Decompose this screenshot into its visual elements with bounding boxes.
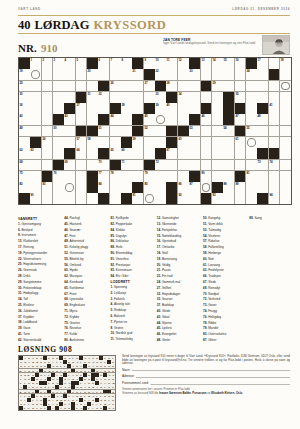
clue-item: 84. Klokke <box>111 228 152 232</box>
grid-cell[interactable] <box>155 114 166 125</box>
grid-cell[interactable] <box>269 137 280 148</box>
grid-cell[interactable] <box>269 92 280 103</box>
grid-cell[interactable] <box>87 193 98 204</box>
grid-cell[interactable]: 53 <box>189 126 200 137</box>
grid-cell[interactable]: 76 <box>53 171 64 182</box>
grid-cell[interactable] <box>76 69 87 80</box>
grid-cell[interactable] <box>87 160 98 171</box>
grid-cell[interactable] <box>121 114 132 125</box>
grid-cell[interactable]: 40 <box>166 103 177 114</box>
grid-cell[interactable]: 39 <box>155 103 166 114</box>
grid-cell[interactable] <box>257 137 268 148</box>
grid-cell[interactable] <box>42 126 53 137</box>
solution-letter: T <box>76 399 77 401</box>
clue-number: 37 <box>76 103 80 106</box>
grid-cell[interactable] <box>280 193 291 204</box>
solution-letter: U <box>76 390 78 392</box>
grid-cell[interactable]: 81 <box>246 171 257 182</box>
grid-cell[interactable]: 44 <box>110 114 121 125</box>
grid-cell[interactable] <box>76 193 87 204</box>
black-cell <box>155 81 166 92</box>
grid-cell[interactable] <box>166 114 177 125</box>
grid-cell[interactable] <box>121 69 132 80</box>
grid-cell[interactable] <box>87 81 98 92</box>
clue-number: 10 <box>155 58 159 61</box>
grid-cell[interactable]: 11 <box>166 58 177 69</box>
solution-letter: O <box>56 395 58 397</box>
grid-cell[interactable]: 38 <box>121 103 132 114</box>
grid-cell[interactable] <box>110 137 121 148</box>
grid-cell[interactable] <box>189 193 200 204</box>
grid-cell[interactable] <box>189 103 200 114</box>
grid-cell[interactable]: 51 <box>98 126 109 137</box>
grid-cell[interactable] <box>64 193 75 204</box>
grid-cell[interactable] <box>76 81 87 92</box>
grid-cell[interactable] <box>42 193 53 204</box>
grid-cell[interactable]: 67 <box>166 148 177 159</box>
solution-letter: L <box>64 365 65 367</box>
grid-cell[interactable]: 73 <box>257 160 268 171</box>
clue-item: 86. Drikkekar <box>111 239 152 243</box>
grid-cell[interactable] <box>212 114 223 125</box>
grid-cell[interactable]: 58 <box>87 137 98 148</box>
grid-cell[interactable] <box>53 193 64 204</box>
grid-cell[interactable] <box>30 171 41 182</box>
grid-cell[interactable]: 87 <box>189 182 200 193</box>
grid-cell[interactable]: 93 <box>212 193 223 204</box>
grid-cell[interactable]: 54 <box>223 126 234 137</box>
clue-number: 17 <box>257 58 261 61</box>
grid-cell[interactable] <box>246 148 257 159</box>
grid-cell[interactable] <box>42 114 53 125</box>
grid-cell[interactable]: 21 <box>132 69 143 80</box>
grid-cell[interactable] <box>201 182 212 193</box>
grid-cell[interactable] <box>257 92 268 103</box>
grid-cell[interactable] <box>132 148 143 159</box>
grid-cell[interactable] <box>235 148 246 159</box>
grid-cell[interactable] <box>132 103 143 114</box>
grid-cell[interactable] <box>178 160 189 171</box>
grid-cell[interactable] <box>257 81 268 92</box>
grid-cell[interactable]: 91 <box>132 193 143 204</box>
grid-cell[interactable] <box>98 103 109 114</box>
clue-number: 18 <box>280 58 284 61</box>
grid-cell[interactable]: 79 <box>144 171 155 182</box>
grid-cell[interactable] <box>246 81 257 92</box>
grid-cell[interactable]: 9 <box>144 58 155 69</box>
solution-letter: G <box>44 378 46 380</box>
grid-cell[interactable] <box>201 69 212 80</box>
grid-cell[interactable] <box>223 69 234 80</box>
grid-cell[interactable]: 52 <box>144 126 155 137</box>
grid-cell[interactable] <box>223 171 234 182</box>
grid-cell[interactable]: 31 <box>87 92 98 103</box>
solution-letter: N <box>104 399 106 401</box>
grid-cell[interactable] <box>235 81 246 92</box>
clue-number: 33 <box>155 92 159 95</box>
grid-cell[interactable]: 71 <box>121 160 132 171</box>
solution-letter: S <box>52 386 54 388</box>
solution-letter: Ø <box>28 374 30 376</box>
grid-cell[interactable] <box>189 160 200 171</box>
grid-cell[interactable]: 63 <box>30 148 41 159</box>
grid-cell[interactable] <box>110 126 121 137</box>
grid-cell[interactable] <box>155 137 166 148</box>
clue-number: 56 <box>42 137 46 140</box>
grid-cell[interactable] <box>235 193 246 204</box>
grid-cell[interactable]: 20 <box>87 69 98 80</box>
grid-cell[interactable] <box>178 103 189 114</box>
grid-cell[interactable]: 56 <box>42 137 53 148</box>
grid-cell[interactable] <box>19 137 30 148</box>
grid-cell[interactable] <box>53 103 64 114</box>
grid-cell[interactable] <box>269 171 280 182</box>
black-cell <box>257 103 268 114</box>
grid-cell[interactable]: 48 <box>257 114 268 125</box>
grid-cell[interactable] <box>53 182 64 193</box>
grid-cell[interactable]: 17 <box>257 58 268 69</box>
grid-cell[interactable] <box>201 160 212 171</box>
clue-number: 43 <box>64 114 68 117</box>
grid-cell[interactable] <box>98 69 109 80</box>
grid-cell[interactable] <box>30 126 41 137</box>
grid-cell[interactable]: 45 <box>144 114 155 125</box>
grid-cell[interactable]: 24 <box>246 69 257 80</box>
solution-letter: R <box>64 407 66 409</box>
grid-cell[interactable]: 3 <box>53 58 64 69</box>
grid-cell[interactable]: 30 <box>19 92 30 103</box>
grid-cell[interactable] <box>166 171 177 182</box>
grid-cell[interactable] <box>121 126 132 137</box>
grid-cell[interactable] <box>246 182 257 193</box>
grid-cell[interactable] <box>42 69 53 80</box>
grid-cell[interactable]: 78 <box>110 171 121 182</box>
grid-cell[interactable] <box>30 69 41 80</box>
grid-cell[interactable] <box>280 126 291 137</box>
grid-cell[interactable] <box>201 92 212 103</box>
grid-cell[interactable]: 77 <box>98 171 109 182</box>
grid-cell[interactable] <box>269 182 280 193</box>
grid-cell[interactable] <box>30 103 41 114</box>
grid-cell[interactable]: 26 <box>110 81 121 92</box>
grid-cell[interactable]: 61 <box>235 137 246 148</box>
grid-cell[interactable] <box>53 81 64 92</box>
grid-cell[interactable] <box>212 126 223 137</box>
grid-cell[interactable] <box>280 69 291 80</box>
grid-cell[interactable]: 41 <box>269 103 280 114</box>
grid-cell[interactable] <box>30 114 41 125</box>
grid-cell[interactable]: 16 <box>235 58 246 69</box>
grid-cell[interactable]: 59 <box>132 137 143 148</box>
grid-cell[interactable] <box>121 182 132 193</box>
grid-cell[interactable] <box>269 81 280 92</box>
grid-cell[interactable] <box>223 160 234 171</box>
grid-cell[interactable] <box>166 160 177 171</box>
clue-item: 60. Natt <box>203 257 244 261</box>
grid-cell[interactable] <box>121 92 132 103</box>
grid-cell[interactable]: 85 <box>144 182 155 193</box>
grid-cell[interactable]: 57 <box>76 137 87 148</box>
grid-cell[interactable]: 2 <box>42 58 53 69</box>
grid-cell[interactable] <box>212 92 223 103</box>
grid-cell[interactable] <box>246 103 257 114</box>
grid-cell[interactable]: 23 <box>189 69 200 80</box>
grid-cell[interactable] <box>246 114 257 125</box>
grid-cell[interactable] <box>144 137 155 148</box>
grid-cell[interactable] <box>87 148 98 159</box>
grid-cell[interactable]: 37 <box>76 103 87 114</box>
grid-cell[interactable]: 15 <box>223 58 234 69</box>
grid-cell[interactable]: 70 <box>98 160 109 171</box>
grid-cell[interactable]: 46 <box>201 114 212 125</box>
grid-cell[interactable] <box>201 148 212 159</box>
grid-cell[interactable] <box>280 92 291 103</box>
grid-cell[interactable]: 82 <box>19 182 30 193</box>
grid-cell[interactable]: 36 <box>19 103 30 114</box>
grid-cell[interactable] <box>246 160 257 171</box>
grid-cell[interactable]: 47 <box>235 114 246 125</box>
grid-cell[interactable] <box>155 171 166 182</box>
grid-cell[interactable]: 12 <box>178 58 189 69</box>
grid-cell[interactable]: 60 <box>178 137 189 148</box>
solution-letter: G <box>76 378 78 380</box>
grid-cell[interactable]: 22 <box>155 69 166 80</box>
grid-cell[interactable] <box>53 148 64 159</box>
grid-cell[interactable] <box>280 148 291 159</box>
grid-cell[interactable]: 14 <box>212 58 223 69</box>
solution-letter: A <box>28 386 30 388</box>
grid-cell[interactable] <box>121 81 132 92</box>
grid-cell[interactable] <box>280 160 291 171</box>
grid-cell[interactable] <box>235 69 246 80</box>
grid-cell[interactable]: 7 <box>110 58 121 69</box>
grid-cell[interactable] <box>53 137 64 148</box>
grid-cell[interactable] <box>30 92 41 103</box>
grid-cell[interactable]: 90 <box>30 193 41 204</box>
grid-cell[interactable] <box>30 160 41 171</box>
grid-cell[interactable] <box>76 160 87 171</box>
grid-cell[interactable] <box>178 114 189 125</box>
grid-cell[interactable] <box>110 69 121 80</box>
grid-cell[interactable] <box>76 171 87 182</box>
grid-cell[interactable] <box>280 114 291 125</box>
grid-cell[interactable] <box>132 160 143 171</box>
grid-cell[interactable]: 10 <box>155 58 166 69</box>
grid-cell[interactable]: 88 <box>223 182 234 193</box>
grid-cell[interactable] <box>257 182 268 193</box>
solution-letter: E <box>40 390 42 392</box>
grid-cell[interactable]: 6 <box>98 58 109 69</box>
grid-cell[interactable] <box>155 126 166 137</box>
grid-cell[interactable] <box>223 81 234 92</box>
grid-cell[interactable]: 84 <box>98 182 109 193</box>
grid-cell[interactable] <box>178 81 189 92</box>
grid-cell[interactable] <box>189 148 200 159</box>
grid-cell[interactable] <box>64 137 75 148</box>
grid-cell[interactable]: 83 <box>42 182 53 193</box>
grid-cell[interactable] <box>189 81 200 92</box>
solution-letter: V <box>20 399 22 401</box>
grid-cell[interactable] <box>110 193 121 204</box>
section-title: KRYSSORD <box>93 18 166 33</box>
grid-cell[interactable] <box>257 69 268 80</box>
grid-cell[interactable]: 74 <box>269 160 280 171</box>
black-cell <box>223 92 234 103</box>
grid-cell[interactable] <box>201 137 212 148</box>
grid-cell[interactable] <box>30 81 41 92</box>
clue-item: 30. Fiskeredskap <box>18 285 59 289</box>
grid-cell[interactable]: 28 <box>166 81 177 92</box>
grid-cell[interactable] <box>76 182 87 193</box>
grid-cell[interactable]: 32 <box>98 92 109 103</box>
grid-cell[interactable]: 89 <box>235 182 246 193</box>
grid-cell[interactable] <box>269 58 280 69</box>
grid-cell[interactable]: 34 <box>178 92 189 103</box>
grid-cell[interactable]: 69 <box>64 160 75 171</box>
grid-cell[interactable]: 8 <box>121 58 132 69</box>
grid-cell[interactable] <box>235 160 246 171</box>
grid-cell[interactable] <box>30 182 41 193</box>
grid-cell[interactable]: 13 <box>201 58 212 69</box>
grid-cell[interactable] <box>64 81 75 92</box>
grid-cell[interactable]: 35 <box>235 92 246 103</box>
grid-cell[interactable] <box>269 126 280 137</box>
grid-cell[interactable]: 75 <box>19 171 30 182</box>
grid-cell[interactable] <box>42 160 53 171</box>
solution-letter: E <box>108 378 110 380</box>
grid-cell[interactable] <box>166 69 177 80</box>
grid-cell[interactable] <box>64 182 75 193</box>
grid-cell[interactable] <box>132 81 143 92</box>
grid-cell[interactable] <box>246 92 257 103</box>
grid-cell[interactable] <box>212 148 223 159</box>
clue-item: 83. Overraskelse <box>203 332 244 336</box>
grid-cell[interactable] <box>223 137 234 148</box>
grid-cell[interactable]: 43 <box>64 114 75 125</box>
grid-cell[interactable] <box>280 171 291 182</box>
grid-cell[interactable] <box>178 148 189 159</box>
grid-cell[interactable] <box>121 171 132 182</box>
grid-cell[interactable]: 94 <box>269 193 280 204</box>
grid-cell[interactable] <box>42 81 53 92</box>
clue-item: 2. Lekkasje <box>111 291 152 295</box>
grid-cell[interactable]: 55 <box>246 126 257 137</box>
grid-cell[interactable] <box>212 103 223 114</box>
grid-cell[interactable]: 66 <box>121 148 132 159</box>
grid-cell[interactable] <box>189 137 200 148</box>
solution-letter: T <box>92 403 93 405</box>
grid-cell[interactable]: 64 <box>76 148 87 159</box>
grid-cell[interactable]: 65 <box>110 148 121 159</box>
grid-cell[interactable]: 86 <box>178 182 189 193</box>
form-field-writein-line[interactable] <box>150 381 290 385</box>
grid-cell[interactable] <box>280 137 291 148</box>
form-field-writein-line[interactable] <box>132 367 290 371</box>
grid-cell[interactable]: 68 <box>19 160 30 171</box>
grid-cell[interactable] <box>64 126 75 137</box>
grid-cell[interactable] <box>110 182 121 193</box>
grid-cell[interactable] <box>87 114 98 125</box>
grid-cell[interactable] <box>246 193 257 204</box>
grid-cell[interactable] <box>132 92 143 103</box>
grid-cell[interactable] <box>223 193 234 204</box>
grid-cell[interactable] <box>257 171 268 182</box>
grid-cell[interactable] <box>178 69 189 80</box>
grid-cell[interactable]: 18 <box>280 58 291 69</box>
grid-cell[interactable] <box>64 92 75 103</box>
grid-cell[interactable]: 27 <box>144 81 155 92</box>
grid-cell[interactable] <box>110 92 121 103</box>
solution-letter: O <box>92 395 94 397</box>
solution-letter: R <box>96 361 98 363</box>
grid-cell[interactable]: 1 <box>30 58 41 69</box>
grid-cell[interactable]: 5 <box>76 58 87 69</box>
grid-cell[interactable] <box>280 103 291 114</box>
grid-cell[interactable]: 33 <box>155 92 166 103</box>
grid-cell[interactable] <box>76 114 87 125</box>
grid-cell[interactable] <box>53 69 64 80</box>
grid-cell[interactable] <box>87 103 98 114</box>
grid-cell[interactable] <box>64 171 75 182</box>
grid-cell[interactable]: 50 <box>53 126 64 137</box>
grid-cell[interactable] <box>132 171 143 182</box>
grid-cell[interactable]: 4 <box>64 58 75 69</box>
grid-cell[interactable] <box>144 193 155 204</box>
solution-letter: R <box>100 386 102 388</box>
grid-cell[interactable]: 72 <box>155 160 166 171</box>
grid-cell[interactable] <box>269 114 280 125</box>
grid-cell[interactable] <box>257 126 268 137</box>
grid-cell[interactable] <box>144 92 155 103</box>
grid-cell[interactable] <box>155 193 166 204</box>
grid-cell[interactable] <box>64 69 75 80</box>
grid-cell[interactable] <box>189 92 200 103</box>
grid-cell[interactable]: 92 <box>178 193 189 204</box>
grid-cell[interactable] <box>155 182 166 193</box>
grid-cell[interactable] <box>212 137 223 148</box>
grid-cell[interactable] <box>201 126 212 137</box>
solution-letter-cell: K <box>111 385 115 389</box>
solution-letter: G <box>76 386 78 388</box>
grid-cell[interactable] <box>212 69 223 80</box>
clue-item: 19. Pyntegjenstander <box>18 250 59 254</box>
grid-cell[interactable] <box>280 81 291 92</box>
grid-cell[interactable] <box>223 148 234 159</box>
grid-cell[interactable] <box>280 182 291 193</box>
clue-item: 47. Fest <box>64 233 105 237</box>
clue-item: 44. Rovfugl <box>64 216 105 220</box>
grid-cell[interactable] <box>212 171 223 182</box>
grid-cell[interactable] <box>212 160 223 171</box>
grid-cell[interactable]: 25 <box>19 81 30 92</box>
grid-cell[interactable] <box>144 148 155 159</box>
grid-cell[interactable]: 29 <box>212 81 223 92</box>
grid-cell[interactable] <box>246 137 257 148</box>
grid-cell[interactable]: 62 <box>19 148 30 159</box>
grid-cell[interactable]: 42 <box>19 114 30 125</box>
grid-cell[interactable] <box>42 103 53 114</box>
grid-cell[interactable] <box>42 148 53 159</box>
grid-cell[interactable]: 80 <box>201 171 212 182</box>
solution-letter: S <box>100 399 102 401</box>
grid-cell[interactable] <box>98 137 109 148</box>
form-field-writein-line[interactable] <box>136 374 290 378</box>
grid-cell[interactable]: 49 <box>19 126 30 137</box>
grid-cell[interactable] <box>178 171 189 182</box>
grid-cell[interactable] <box>53 92 64 103</box>
grid-cell[interactable] <box>42 92 53 103</box>
grid-cell[interactable]: 19 <box>19 69 30 80</box>
